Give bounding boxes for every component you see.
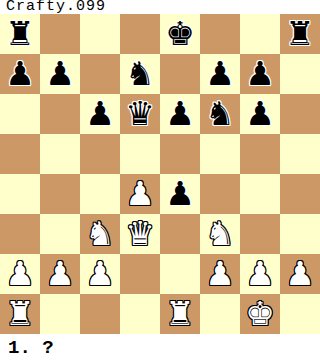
square-c1[interactable]	[80, 294, 120, 334]
square-b5[interactable]	[40, 134, 80, 174]
square-e2[interactable]	[160, 254, 200, 294]
square-f6[interactable]: ♞	[200, 94, 240, 134]
square-e7[interactable]	[160, 54, 200, 94]
square-d4[interactable]: ♟	[120, 174, 160, 214]
square-c7[interactable]	[80, 54, 120, 94]
square-e5[interactable]	[160, 134, 200, 174]
square-a7[interactable]: ♟	[0, 54, 40, 94]
square-a4[interactable]	[0, 174, 40, 214]
piece-black-pawn: ♟	[245, 54, 275, 94]
piece-white-pawn: ♟	[85, 254, 115, 294]
square-d7[interactable]: ♞	[120, 54, 160, 94]
piece-black-pawn: ♟	[45, 54, 75, 94]
square-c8[interactable]	[80, 14, 120, 54]
piece-black-rook: ♜	[5, 14, 35, 54]
square-d2[interactable]	[120, 254, 160, 294]
piece-white-king: ♚	[245, 294, 275, 334]
piece-black-pawn: ♟	[165, 174, 195, 214]
piece-black-knight: ♞	[205, 94, 235, 134]
square-b2[interactable]: ♟	[40, 254, 80, 294]
piece-white-pawn: ♟	[205, 254, 235, 294]
crafty-window: Crafty.099 ♜♚♜♟♟♞♟♟♟♛♟♞♟♟♟♞♛♞♟♟♟♟♟♟♜♜♚ 1…	[0, 0, 320, 360]
piece-white-knight: ♞	[205, 214, 235, 254]
piece-black-pawn: ♟	[165, 94, 195, 134]
square-g5[interactable]	[240, 134, 280, 174]
square-f3[interactable]: ♞	[200, 214, 240, 254]
piece-black-rook: ♜	[285, 14, 315, 54]
piece-black-knight: ♞	[125, 54, 155, 94]
piece-black-pawn: ♟	[245, 94, 275, 134]
move-prompt: 1. ?	[0, 334, 320, 360]
square-a1[interactable]: ♜	[0, 294, 40, 334]
piece-white-pawn: ♟	[125, 174, 155, 214]
piece-white-pawn: ♟	[285, 254, 315, 294]
piece-white-queen: ♛	[125, 214, 155, 254]
piece-white-rook: ♜	[165, 294, 195, 334]
square-b6[interactable]	[40, 94, 80, 134]
square-b1[interactable]	[40, 294, 80, 334]
square-g6[interactable]: ♟	[240, 94, 280, 134]
square-b8[interactable]	[40, 14, 80, 54]
square-g7[interactable]: ♟	[240, 54, 280, 94]
piece-white-pawn: ♟	[45, 254, 75, 294]
piece-white-rook: ♜	[5, 294, 35, 334]
piece-black-pawn: ♟	[205, 54, 235, 94]
square-f2[interactable]: ♟	[200, 254, 240, 294]
square-h5[interactable]	[280, 134, 320, 174]
square-a3[interactable]	[0, 214, 40, 254]
square-e3[interactable]	[160, 214, 200, 254]
square-c5[interactable]	[80, 134, 120, 174]
square-g3[interactable]	[240, 214, 280, 254]
square-h1[interactable]	[280, 294, 320, 334]
square-a8[interactable]: ♜	[0, 14, 40, 54]
piece-black-pawn: ♟	[5, 54, 35, 94]
window-title: Crafty.099	[0, 0, 320, 14]
square-c6[interactable]: ♟	[80, 94, 120, 134]
square-g2[interactable]: ♟	[240, 254, 280, 294]
square-h2[interactable]: ♟	[280, 254, 320, 294]
square-d3[interactable]: ♛	[120, 214, 160, 254]
piece-white-pawn: ♟	[5, 254, 35, 294]
square-a2[interactable]: ♟	[0, 254, 40, 294]
square-b4[interactable]	[40, 174, 80, 214]
square-f4[interactable]	[200, 174, 240, 214]
square-g4[interactable]	[240, 174, 280, 214]
piece-black-queen: ♛	[125, 94, 155, 134]
square-g8[interactable]	[240, 14, 280, 54]
piece-white-knight: ♞	[85, 214, 115, 254]
piece-black-pawn: ♟	[85, 94, 115, 134]
square-d5[interactable]	[120, 134, 160, 174]
square-c4[interactable]	[80, 174, 120, 214]
square-g1[interactable]: ♚	[240, 294, 280, 334]
square-f1[interactable]	[200, 294, 240, 334]
square-d6[interactable]: ♛	[120, 94, 160, 134]
chess-board: ♜♚♜♟♟♞♟♟♟♛♟♞♟♟♟♞♛♞♟♟♟♟♟♟♜♜♚	[0, 14, 320, 334]
square-b7[interactable]: ♟	[40, 54, 80, 94]
square-e8[interactable]: ♚	[160, 14, 200, 54]
square-f7[interactable]: ♟	[200, 54, 240, 94]
square-f8[interactable]	[200, 14, 240, 54]
square-d8[interactable]	[120, 14, 160, 54]
square-h8[interactable]: ♜	[280, 14, 320, 54]
piece-black-king: ♚	[165, 14, 195, 54]
square-h3[interactable]	[280, 214, 320, 254]
square-e1[interactable]: ♜	[160, 294, 200, 334]
square-f5[interactable]	[200, 134, 240, 174]
piece-white-pawn: ♟	[245, 254, 275, 294]
square-d1[interactable]	[120, 294, 160, 334]
square-e6[interactable]: ♟	[160, 94, 200, 134]
square-h6[interactable]	[280, 94, 320, 134]
square-h7[interactable]	[280, 54, 320, 94]
square-h4[interactable]	[280, 174, 320, 214]
square-c2[interactable]: ♟	[80, 254, 120, 294]
square-a6[interactable]	[0, 94, 40, 134]
square-e4[interactable]: ♟	[160, 174, 200, 214]
square-a5[interactable]	[0, 134, 40, 174]
square-c3[interactable]: ♞	[80, 214, 120, 254]
square-b3[interactable]	[40, 214, 80, 254]
